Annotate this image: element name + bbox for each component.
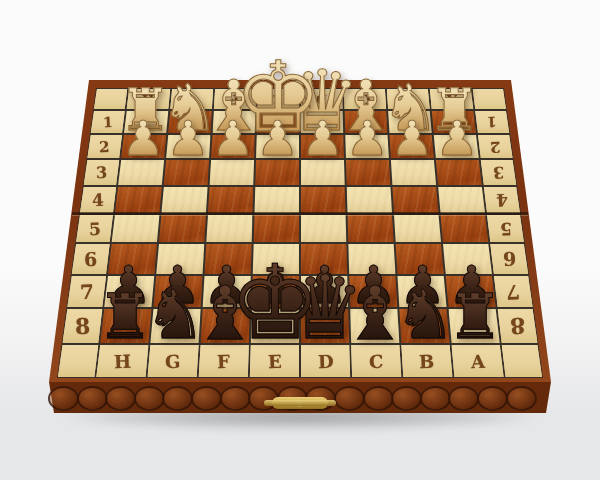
fold-seam: [72, 212, 528, 215]
square-f5[interactable]: [205, 214, 253, 243]
border-cell: [501, 344, 543, 378]
border-cell: 8: [497, 308, 539, 344]
piece-white-pawn-f2[interactable]: ♟: [211, 114, 254, 162]
burned-circle: [105, 386, 136, 411]
border-cell: 3: [480, 159, 517, 186]
piece-white-pawn-a2[interactable]: ♟: [435, 114, 478, 162]
square-b4[interactable]: [391, 186, 439, 214]
coord-label-8: 8: [74, 313, 90, 340]
piece-black-knight-g8[interactable]: ♞: [144, 281, 205, 349]
coord-label-6: 6: [84, 248, 98, 270]
coord-label-3-right: 3: [493, 163, 505, 182]
square-d4[interactable]: [300, 186, 347, 214]
coord-label-1-right: 1: [487, 114, 497, 130]
square-a4[interactable]: [437, 186, 486, 214]
square-e4[interactable]: [253, 186, 300, 214]
square-d5[interactable]: [300, 214, 347, 243]
coord-label-5-right: 5: [499, 218, 512, 238]
coord-label-7-right: 7: [506, 279, 521, 303]
burned-circle: [334, 386, 365, 411]
border-cell: [57, 344, 99, 378]
square-b5[interactable]: [393, 214, 442, 243]
burned-circle: [77, 386, 108, 411]
square-h4[interactable]: [114, 186, 163, 214]
coord-label-8-right: 8: [509, 313, 525, 340]
burned-circle: [134, 386, 165, 411]
burned-circle: [220, 386, 251, 411]
square-e5[interactable]: [253, 214, 300, 243]
burned-circle: [420, 386, 451, 411]
square-a5[interactable]: [440, 214, 490, 243]
square-c4[interactable]: [346, 186, 393, 214]
burned-circle: [363, 386, 394, 411]
border-cell: 5: [486, 214, 525, 243]
border-cell: 5: [75, 214, 114, 243]
piece-black-rook-a8[interactable]: ♜: [447, 286, 503, 348]
piece-white-pawn-h2[interactable]: ♟: [122, 114, 165, 162]
coord-label-4-right: 4: [496, 190, 509, 210]
coord-label-2-right: 2: [490, 137, 501, 155]
coord-label-3: 3: [96, 163, 108, 182]
border-cell: 4: [483, 186, 521, 214]
coord-label-6-right: 6: [502, 248, 516, 270]
piece-white-pawn-d2[interactable]: ♟: [301, 114, 344, 162]
coord-label-7: 7: [79, 279, 94, 303]
coord-label-h: H: [113, 350, 131, 372]
coord-label-a: A: [470, 350, 485, 371]
square-c5[interactable]: [347, 214, 395, 243]
piece-black-rook-h8[interactable]: ♜: [97, 286, 153, 348]
piece-white-pawn-e2[interactable]: ♟: [256, 114, 299, 162]
square-g5[interactable]: [158, 214, 207, 243]
piece-white-pawn-b2[interactable]: ♟: [391, 114, 434, 162]
border-cell: 6: [489, 243, 529, 275]
coord-label-2: 2: [99, 137, 110, 155]
border-cell: 4: [79, 186, 117, 214]
border-cell: 2: [86, 134, 123, 159]
piece-white-pawn-g2[interactable]: ♟: [166, 114, 209, 162]
border-cell: 3: [83, 159, 120, 186]
square-f4[interactable]: [207, 186, 254, 214]
piece-white-pawn-c2[interactable]: ♟: [346, 114, 389, 162]
photo-scene: HGFEDCBA1122334455667788HGFEDCBA ♜♞♝♛♚♝♞…: [0, 0, 600, 480]
coord-label-4: 4: [92, 190, 105, 210]
coord-label-1: 1: [103, 114, 113, 130]
square-g4[interactable]: [160, 186, 208, 214]
burned-circle: [391, 386, 422, 411]
square-h5[interactable]: [111, 214, 161, 243]
burned-circle: [191, 386, 222, 411]
burned-circle: [48, 386, 79, 411]
burned-circle: [506, 386, 537, 411]
burned-circle: [477, 386, 508, 411]
border-cell: 2: [477, 134, 514, 159]
brass-clasp: [272, 397, 328, 409]
coord-label-5: 5: [88, 218, 101, 238]
